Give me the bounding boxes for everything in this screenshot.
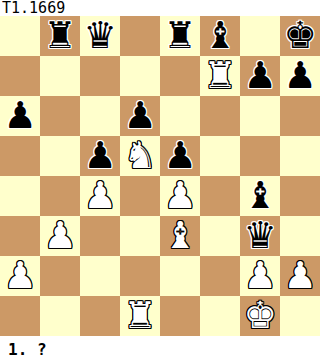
square-g5[interactable]	[240, 136, 280, 176]
square-d6[interactable]: ♟	[120, 96, 160, 136]
piece-black-pawn[interactable]: ♟	[83, 136, 116, 176]
square-c4[interactable]: ♟	[80, 176, 120, 216]
square-c8[interactable]: ♛	[80, 16, 120, 56]
piece-white-king[interactable]: ♚	[243, 296, 276, 336]
square-h3[interactable]	[280, 216, 320, 256]
square-d2[interactable]	[120, 256, 160, 296]
square-h1[interactable]	[280, 296, 320, 336]
square-e6[interactable]	[160, 96, 200, 136]
square-d8[interactable]	[120, 16, 160, 56]
square-e3[interactable]: ♝	[160, 216, 200, 256]
square-h7[interactable]: ♟	[280, 56, 320, 96]
piece-white-pawn[interactable]: ♟	[163, 176, 196, 216]
square-h2[interactable]: ♟	[280, 256, 320, 296]
piece-black-pawn[interactable]: ♟	[123, 96, 156, 136]
square-a6[interactable]: ♟	[0, 96, 40, 136]
square-a7[interactable]	[0, 56, 40, 96]
square-d3[interactable]	[120, 216, 160, 256]
piece-black-bishop[interactable]: ♝	[243, 176, 276, 216]
square-d7[interactable]	[120, 56, 160, 96]
square-g2[interactable]: ♟	[240, 256, 280, 296]
piece-white-pawn[interactable]: ♟	[283, 256, 316, 296]
piece-white-rook[interactable]: ♜	[123, 296, 156, 336]
square-f1[interactable]	[200, 296, 240, 336]
square-c7[interactable]	[80, 56, 120, 96]
piece-white-pawn[interactable]: ♟	[3, 256, 36, 296]
square-a3[interactable]	[0, 216, 40, 256]
piece-white-pawn[interactable]: ♟	[43, 216, 76, 256]
piece-black-rook[interactable]: ♜	[163, 16, 196, 56]
piece-black-pawn[interactable]: ♟	[163, 136, 196, 176]
piece-black-pawn[interactable]: ♟	[283, 56, 316, 96]
square-c6[interactable]	[80, 96, 120, 136]
square-g1[interactable]: ♚	[240, 296, 280, 336]
square-b1[interactable]	[40, 296, 80, 336]
piece-black-rook[interactable]: ♜	[43, 16, 76, 56]
square-a5[interactable]	[0, 136, 40, 176]
square-h6[interactable]	[280, 96, 320, 136]
piece-white-pawn[interactable]: ♟	[83, 176, 116, 216]
square-b6[interactable]	[40, 96, 80, 136]
square-f5[interactable]	[200, 136, 240, 176]
diagram-title: T1.1669	[0, 0, 320, 16]
square-b4[interactable]	[40, 176, 80, 216]
piece-black-queen[interactable]: ♛	[243, 216, 276, 256]
square-h5[interactable]	[280, 136, 320, 176]
square-h4[interactable]	[280, 176, 320, 216]
square-e5[interactable]: ♟	[160, 136, 200, 176]
square-f6[interactable]	[200, 96, 240, 136]
square-f4[interactable]	[200, 176, 240, 216]
square-c2[interactable]	[80, 256, 120, 296]
piece-white-knight[interactable]: ♞	[123, 136, 156, 176]
square-f3[interactable]	[200, 216, 240, 256]
move-prompt: 1. ?	[0, 336, 320, 360]
square-e1[interactable]	[160, 296, 200, 336]
square-f8[interactable]: ♝	[200, 16, 240, 56]
square-h8[interactable]: ♚	[280, 16, 320, 56]
square-d1[interactable]: ♜	[120, 296, 160, 336]
square-c5[interactable]: ♟	[80, 136, 120, 176]
piece-white-pawn[interactable]: ♟	[243, 256, 276, 296]
square-a1[interactable]	[0, 296, 40, 336]
square-a8[interactable]	[0, 16, 40, 56]
square-e7[interactable]	[160, 56, 200, 96]
square-g3[interactable]: ♛	[240, 216, 280, 256]
square-b7[interactable]	[40, 56, 80, 96]
piece-black-pawn[interactable]: ♟	[3, 96, 36, 136]
square-g8[interactable]	[240, 16, 280, 56]
piece-white-rook[interactable]: ♜	[203, 56, 236, 96]
square-g7[interactable]: ♟	[240, 56, 280, 96]
square-c3[interactable]	[80, 216, 120, 256]
piece-black-bishop[interactable]: ♝	[203, 16, 236, 56]
square-b3[interactable]: ♟	[40, 216, 80, 256]
square-e2[interactable]	[160, 256, 200, 296]
square-f7[interactable]: ♜	[200, 56, 240, 96]
square-c1[interactable]	[80, 296, 120, 336]
chess-board: ♜♛♜♝♚♜♟♟♟♟♟♞♟♟♟♝♟♝♛♟♟♟♜♚	[0, 16, 320, 336]
square-e8[interactable]: ♜	[160, 16, 200, 56]
square-b8[interactable]: ♜	[40, 16, 80, 56]
square-f2[interactable]	[200, 256, 240, 296]
piece-black-king[interactable]: ♚	[283, 16, 316, 56]
square-g6[interactable]	[240, 96, 280, 136]
square-g4[interactable]: ♝	[240, 176, 280, 216]
square-a4[interactable]	[0, 176, 40, 216]
square-a2[interactable]: ♟	[0, 256, 40, 296]
square-d4[interactable]	[120, 176, 160, 216]
piece-white-bishop[interactable]: ♝	[163, 216, 196, 256]
square-b5[interactable]	[40, 136, 80, 176]
square-d5[interactable]: ♞	[120, 136, 160, 176]
square-e4[interactable]: ♟	[160, 176, 200, 216]
piece-black-pawn[interactable]: ♟	[243, 56, 276, 96]
piece-black-queen[interactable]: ♛	[83, 16, 116, 56]
square-b2[interactable]	[40, 256, 80, 296]
